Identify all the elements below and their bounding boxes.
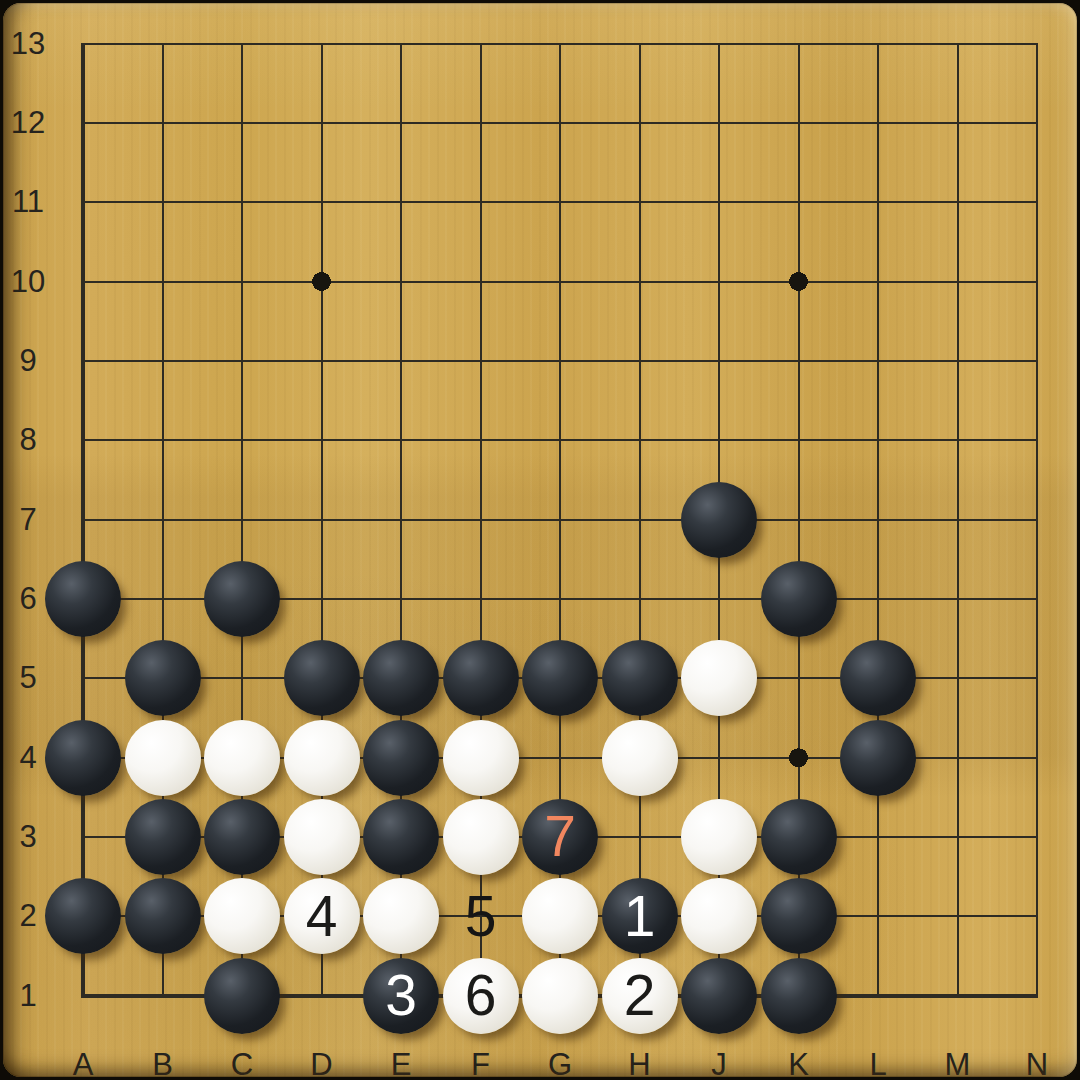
intersection[interactable] [520, 480, 600, 559]
intersection[interactable] [600, 321, 680, 400]
intersection[interactable] [759, 480, 839, 559]
intersection[interactable] [361, 877, 441, 956]
intersection[interactable] [997, 321, 1077, 400]
intersection[interactable] [918, 83, 998, 162]
intersection[interactable] [600, 559, 680, 638]
white-stone [125, 720, 201, 796]
intersection[interactable] [759, 718, 839, 797]
intersection[interactable] [202, 877, 282, 956]
white-stone [522, 958, 598, 1034]
intersection[interactable] [202, 639, 282, 718]
intersection[interactable] [520, 559, 600, 638]
intersection[interactable] [202, 559, 282, 638]
intersection[interactable] [759, 956, 839, 1035]
intersection[interactable] [43, 639, 123, 718]
intersection[interactable] [43, 877, 123, 956]
intersection[interactable] [997, 956, 1077, 1035]
intersection[interactable] [679, 4, 759, 83]
intersection[interactable] [838, 480, 918, 559]
intersection[interactable] [918, 559, 998, 638]
intersection[interactable] [202, 401, 282, 480]
intersection[interactable] [282, 242, 362, 321]
black-stone [840, 720, 916, 796]
intersection[interactable] [997, 797, 1077, 876]
black-stone [125, 799, 201, 875]
black-stone [443, 640, 519, 716]
intersection[interactable] [520, 83, 600, 162]
intersection[interactable] [361, 480, 441, 559]
intersection[interactable] [679, 718, 759, 797]
intersection[interactable] [600, 163, 680, 242]
intersection[interactable] [43, 4, 123, 83]
intersection[interactable] [282, 797, 362, 876]
black-stone [45, 561, 121, 637]
intersection[interactable] [679, 321, 759, 400]
intersection[interactable] [123, 956, 203, 1035]
intersection[interactable] [123, 4, 203, 83]
intersection[interactable] [361, 321, 441, 400]
move-number: 1 [624, 888, 656, 945]
intersection[interactable] [600, 639, 680, 718]
intersection[interactable]: 5 [441, 877, 521, 956]
column-label: D [299, 1047, 345, 1080]
white-stone [204, 878, 280, 954]
intersection[interactable] [918, 242, 998, 321]
intersection[interactable]: 6 [441, 956, 521, 1035]
intersection[interactable] [759, 877, 839, 956]
intersection[interactable] [43, 797, 123, 876]
black-stone [840, 640, 916, 716]
intersection[interactable] [282, 4, 362, 83]
intersection[interactable] [679, 163, 759, 242]
intersection[interactable] [43, 718, 123, 797]
column-label: F [458, 1047, 504, 1080]
black-stone [363, 799, 439, 875]
intersection[interactable] [441, 559, 521, 638]
intersection[interactable] [600, 242, 680, 321]
intersection[interactable] [43, 242, 123, 321]
intersection[interactable] [997, 877, 1077, 956]
move-number: 3 [385, 967, 417, 1024]
intersection[interactable] [202, 321, 282, 400]
intersection[interactable] [441, 242, 521, 321]
intersection[interactable] [997, 480, 1077, 559]
intersection[interactable] [123, 242, 203, 321]
intersection[interactable] [43, 559, 123, 638]
intersection[interactable]: 4 [282, 877, 362, 956]
intersection[interactable] [123, 639, 203, 718]
column-label: E [378, 1047, 424, 1080]
intersection[interactable] [759, 321, 839, 400]
intersection[interactable] [520, 401, 600, 480]
intersection[interactable] [838, 797, 918, 876]
intersection[interactable] [600, 718, 680, 797]
black-stone [284, 640, 360, 716]
intersection[interactable] [361, 242, 441, 321]
black-stone [204, 561, 280, 637]
intersection[interactable] [918, 877, 998, 956]
column-label: C [219, 1047, 265, 1080]
intersection[interactable] [997, 242, 1077, 321]
intersection[interactable] [441, 163, 521, 242]
intersection[interactable] [679, 877, 759, 956]
intersection[interactable] [759, 401, 839, 480]
intersection[interactable] [838, 639, 918, 718]
intersection[interactable] [441, 797, 521, 876]
intersection[interactable] [679, 639, 759, 718]
black-stone [125, 640, 201, 716]
intersection[interactable] [520, 956, 600, 1035]
intersection[interactable] [43, 956, 123, 1035]
intersection[interactable]: 1 [600, 877, 680, 956]
intersection[interactable] [759, 242, 839, 321]
intersection[interactable] [123, 877, 203, 956]
column-label: B [140, 1047, 186, 1080]
intersection[interactable] [361, 797, 441, 876]
intersection[interactable] [520, 321, 600, 400]
black-stone [761, 958, 837, 1034]
white-stone [522, 878, 598, 954]
intersection[interactable] [361, 559, 441, 638]
white-stone: 6 [443, 958, 519, 1034]
intersection[interactable] [918, 4, 998, 83]
intersection[interactable] [918, 163, 998, 242]
column-label: L [855, 1047, 901, 1080]
intersection[interactable] [520, 639, 600, 718]
intersection[interactable] [282, 956, 362, 1035]
go-board[interactable]: 13121110987654321 ABCDEFGHJKLMN 7451362 [3, 3, 1077, 1077]
white-stone [443, 799, 519, 875]
intersection[interactable] [997, 163, 1077, 242]
move-number: 2 [624, 967, 656, 1024]
intersection[interactable] [43, 401, 123, 480]
black-stone [363, 720, 439, 796]
black-stone [761, 799, 837, 875]
intersection[interactable] [123, 480, 203, 559]
intersection[interactable] [759, 559, 839, 638]
intersection[interactable] [361, 163, 441, 242]
column-label: A [60, 1047, 106, 1080]
white-stone [681, 878, 757, 954]
intersection[interactable] [838, 401, 918, 480]
white-stone [363, 878, 439, 954]
intersection[interactable] [600, 797, 680, 876]
black-stone [204, 799, 280, 875]
intersection[interactable] [202, 718, 282, 797]
intersection[interactable] [679, 797, 759, 876]
black-stone [761, 878, 837, 954]
intersection[interactable] [361, 639, 441, 718]
intersection[interactable] [918, 797, 998, 876]
intersection[interactable] [997, 83, 1077, 162]
go-app-screen: 13121110987654321 ABCDEFGHJKLMN 7451362 [0, 0, 1080, 1080]
intersection[interactable] [759, 163, 839, 242]
intersection[interactable] [282, 83, 362, 162]
intersection[interactable] [918, 480, 998, 559]
intersection[interactable] [123, 559, 203, 638]
move-number: 6 [465, 967, 497, 1024]
black-stone [522, 640, 598, 716]
black-stone [125, 878, 201, 954]
intersection[interactable] [282, 321, 362, 400]
intersection[interactable] [918, 639, 998, 718]
intersection[interactable] [997, 718, 1077, 797]
intersection[interactable]: 2 [600, 956, 680, 1035]
intersection[interactable] [282, 480, 362, 559]
white-stone [681, 640, 757, 716]
intersection[interactable] [520, 4, 600, 83]
intersection[interactable]: 3 [361, 956, 441, 1035]
intersection[interactable] [43, 163, 123, 242]
intersection[interactable] [838, 163, 918, 242]
intersection[interactable] [838, 877, 918, 956]
intersection[interactable] [997, 559, 1077, 638]
intersection[interactable] [282, 163, 362, 242]
intersection[interactable] [997, 4, 1077, 83]
intersection[interactable] [441, 480, 521, 559]
column-label: J [696, 1047, 742, 1080]
intersection[interactable] [759, 4, 839, 83]
intersection[interactable] [918, 956, 998, 1035]
intersection[interactable] [282, 559, 362, 638]
black-stone: 7 [522, 799, 598, 875]
intersection[interactable] [838, 242, 918, 321]
intersection[interactable] [679, 242, 759, 321]
intersection[interactable] [282, 639, 362, 718]
intersection[interactable] [441, 718, 521, 797]
intersection[interactable] [441, 401, 521, 480]
intersection[interactable] [997, 639, 1077, 718]
white-stone [204, 720, 280, 796]
black-stone [363, 640, 439, 716]
intersection[interactable] [838, 83, 918, 162]
move-number: 7 [544, 808, 576, 865]
intersection[interactable] [43, 83, 123, 162]
column-label: K [776, 1047, 822, 1080]
column-label: G [537, 1047, 583, 1080]
white-stone [284, 720, 360, 796]
white-stone [602, 720, 678, 796]
intersection[interactable] [202, 4, 282, 83]
white-stone [681, 799, 757, 875]
intersection[interactable] [202, 956, 282, 1035]
intersection[interactable] [838, 321, 918, 400]
intersection[interactable] [441, 321, 521, 400]
intersection[interactable] [202, 242, 282, 321]
intersection[interactable] [520, 877, 600, 956]
intersection[interactable] [918, 321, 998, 400]
intersection[interactable] [282, 718, 362, 797]
intersection[interactable] [43, 321, 123, 400]
move-number: 4 [306, 888, 338, 945]
black-stone [602, 640, 678, 716]
black-stone [45, 720, 121, 796]
intersection[interactable] [520, 242, 600, 321]
intersection[interactable] [759, 797, 839, 876]
intersection[interactable] [123, 321, 203, 400]
intersection[interactable] [123, 83, 203, 162]
white-stone [284, 799, 360, 875]
intersection[interactable] [520, 163, 600, 242]
intersection[interactable] [600, 401, 680, 480]
intersection[interactable] [759, 639, 839, 718]
white-stone [443, 720, 519, 796]
black-stone: 1 [602, 878, 678, 954]
black-stone [681, 482, 757, 558]
intersection[interactable] [997, 401, 1077, 480]
move-number-on-empty-point: 5 [465, 888, 497, 945]
intersection[interactable] [202, 480, 282, 559]
column-label: H [617, 1047, 663, 1080]
intersection[interactable] [361, 83, 441, 162]
intersection[interactable] [679, 559, 759, 638]
intersections-layer: 7451362 [43, 4, 1077, 1035]
intersection[interactable] [361, 4, 441, 83]
intersection[interactable] [838, 956, 918, 1035]
intersection[interactable] [679, 956, 759, 1035]
black-stone [681, 958, 757, 1034]
intersection[interactable] [679, 401, 759, 480]
intersection[interactable] [441, 4, 521, 83]
intersection[interactable] [679, 480, 759, 559]
intersection[interactable] [123, 718, 203, 797]
intersection[interactable] [43, 480, 123, 559]
intersection[interactable] [838, 559, 918, 638]
intersection[interactable] [123, 163, 203, 242]
intersection[interactable] [600, 83, 680, 162]
intersection[interactable] [838, 718, 918, 797]
black-stone [761, 561, 837, 637]
black-stone [45, 878, 121, 954]
intersection[interactable]: 7 [520, 797, 600, 876]
intersection[interactable] [361, 401, 441, 480]
intersection[interactable] [838, 4, 918, 83]
intersection[interactable] [679, 83, 759, 162]
intersection[interactable] [202, 83, 282, 162]
intersection[interactable] [600, 4, 680, 83]
intersection[interactable] [202, 163, 282, 242]
intersection[interactable] [282, 401, 362, 480]
black-stone [204, 958, 280, 1034]
column-label: M [935, 1047, 981, 1080]
black-stone: 3 [363, 958, 439, 1034]
intersection[interactable] [361, 718, 441, 797]
intersection[interactable] [441, 83, 521, 162]
intersection[interactable] [759, 83, 839, 162]
white-stone: 4 [284, 878, 360, 954]
column-label: N [1014, 1047, 1060, 1080]
intersection[interactable] [918, 718, 998, 797]
intersection[interactable] [202, 797, 282, 876]
intersection[interactable] [441, 639, 521, 718]
intersection[interactable] [918, 401, 998, 480]
white-stone: 2 [602, 958, 678, 1034]
intersection[interactable] [600, 480, 680, 559]
intersection[interactable] [123, 401, 203, 480]
intersection[interactable] [520, 718, 600, 797]
intersection[interactable] [123, 797, 203, 876]
